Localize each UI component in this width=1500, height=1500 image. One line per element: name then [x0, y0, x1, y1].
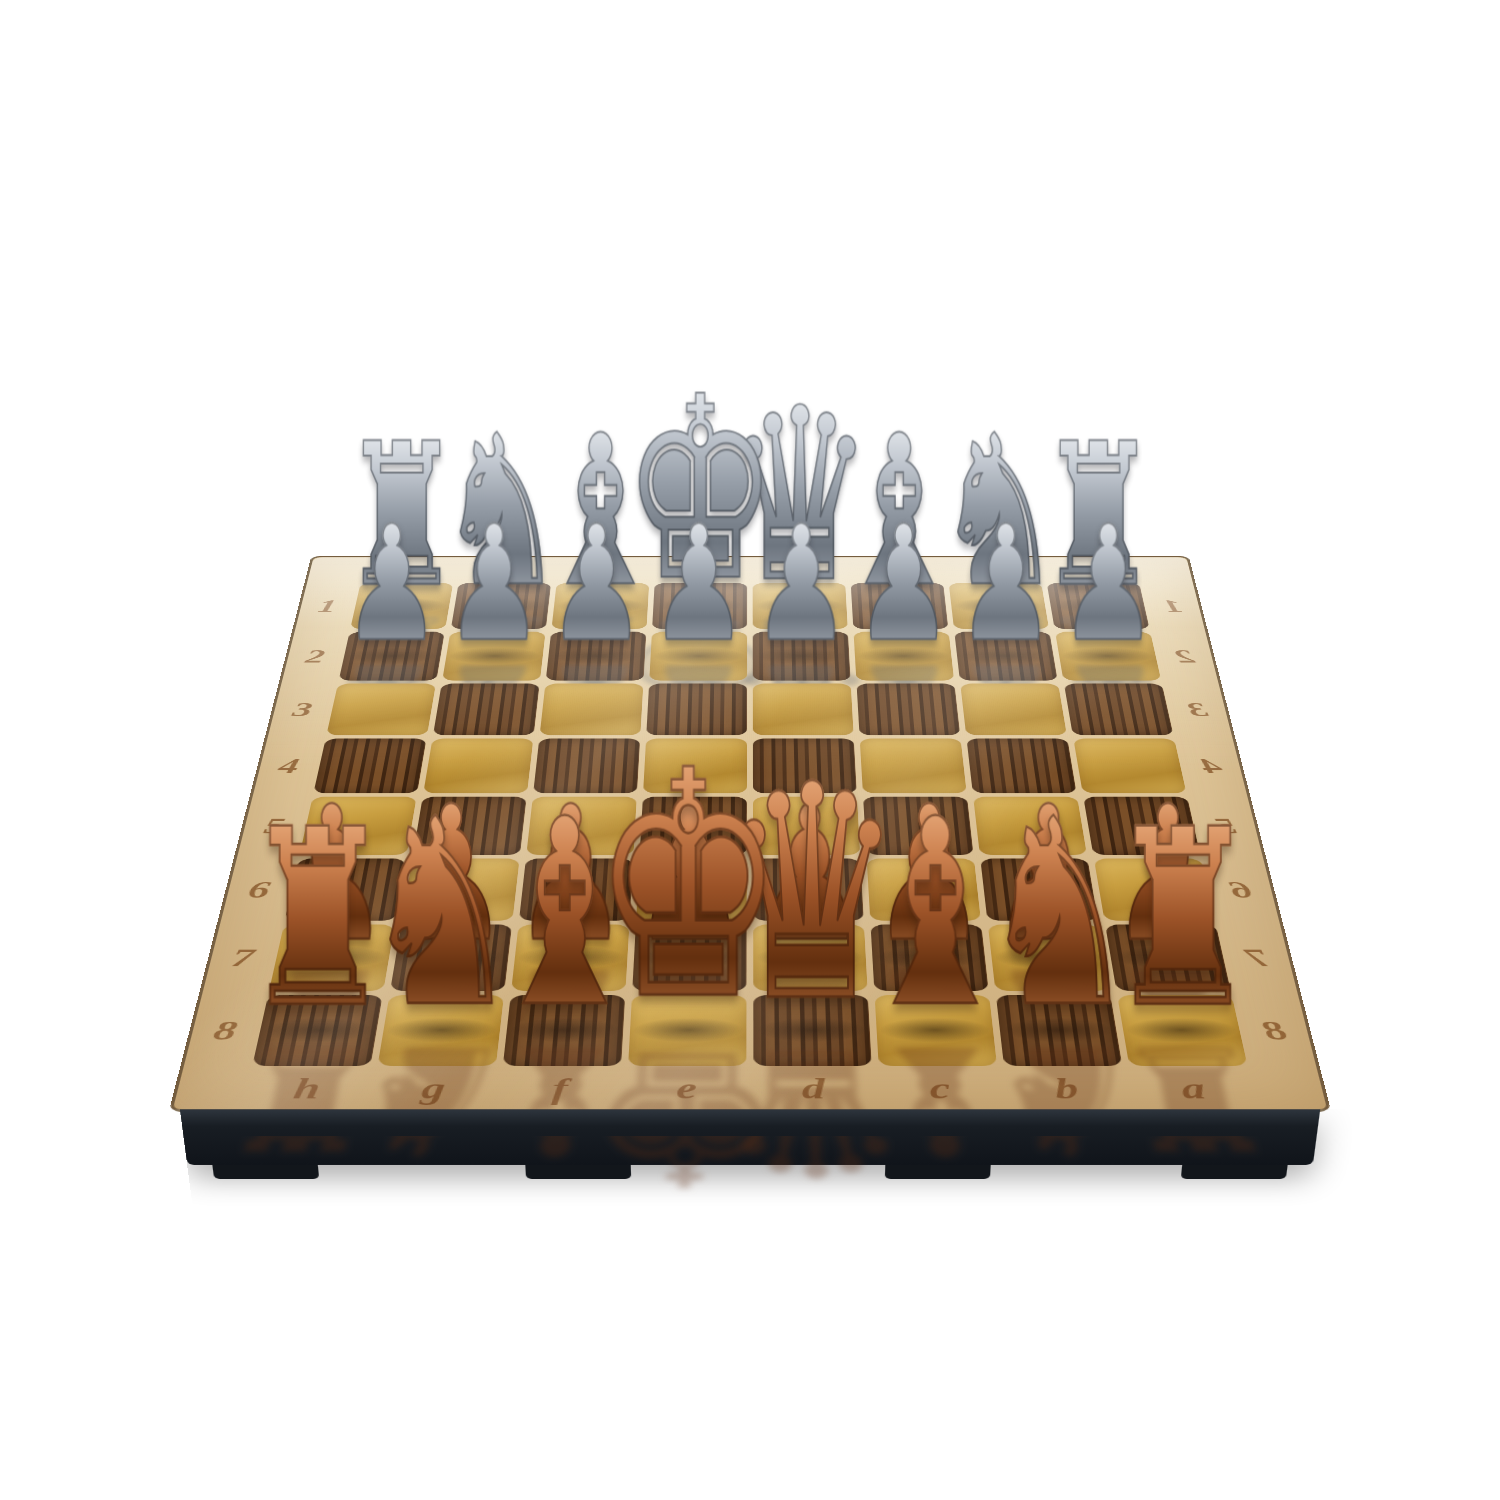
square-a2[interactable]: ♟♟ [1052, 630, 1164, 682]
product-photo-canvas: 12345678 12345678 hgfedcba ♜♜♞♞♝♝♚♚♛♛♝♝♞… [0, 0, 1500, 1500]
square-e8[interactable]: ♚♚ [625, 993, 750, 1068]
board-scene: 12345678 12345678 hgfedcba ♜♜♞♞♝♝♚♚♛♛♝♝♞… [250, 295, 1250, 1295]
file-label: g [420, 1071, 448, 1105]
piece-silver-pawn-a2[interactable]: ♟ [997, 508, 1220, 659]
square-h3[interactable] [323, 682, 439, 737]
board-foot [885, 1165, 991, 1179]
board-grid: ♜♜♞♞♝♝♚♚♛♛♝♝♞♞♜♜♟♟♟♟♟♟♟♟♟♟♟♟♟♟♟♟♟♟♟♟♟♟♟♟… [248, 582, 1251, 1069]
piece-copper-rook-a8[interactable]: ♜ [1048, 803, 1318, 1035]
rank-label-mirrored: 3 [1185, 697, 1210, 720]
file-label: d [801, 1071, 825, 1105]
board-foot [1181, 1165, 1288, 1179]
file-label: e [676, 1071, 697, 1105]
file-label: a [1178, 1071, 1208, 1105]
piece-copper-king-e8[interactable]: ♚ [553, 738, 823, 1035]
square-g3[interactable] [430, 682, 543, 737]
square-b3[interactable] [957, 682, 1070, 737]
square-a8[interactable]: ♜♜ [1114, 993, 1252, 1068]
board-foot [525, 1165, 631, 1179]
piece-copper-rook-h8[interactable]: ♜ [183, 803, 453, 1035]
file-labels-bottom: hgfedcba [239, 1069, 1260, 1108]
file-label: b [1053, 1071, 1081, 1105]
rank-label: 3 [290, 697, 315, 720]
rank-label: 2 [303, 645, 327, 667]
chess-board: 12345678 12345678 hgfedcba ♜♜♞♞♝♝♚♚♛♛♝♝♞… [169, 556, 1331, 1111]
file-label: c [928, 1071, 951, 1105]
square-a3[interactable] [1061, 682, 1177, 737]
file-label: h [291, 1071, 323, 1105]
board-foot [212, 1165, 319, 1179]
square-h8[interactable]: ♜♜ [248, 993, 386, 1068]
file-label: f [551, 1071, 569, 1105]
board-side-edge [180, 1109, 1320, 1165]
